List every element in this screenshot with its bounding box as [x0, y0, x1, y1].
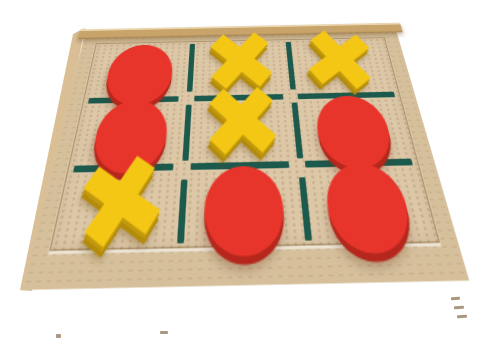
- game-board: ●✖✖●✖●✖●●: [20, 23, 471, 290]
- finger-joint-mark: [160, 331, 168, 334]
- tic-tac-toe-grid: ●✖✖●✖●✖●●: [51, 38, 438, 249]
- cell-r2-c1[interactable]: ●: [180, 164, 310, 250]
- cell-r2-c0[interactable]: ✖: [50, 166, 185, 253]
- cell-r2-c2[interactable]: ●: [301, 161, 439, 247]
- piece-o-r2-c1[interactable]: ●: [197, 144, 293, 261]
- product-photo-stage: ●✖✖●✖●✖●●: [0, 0, 500, 359]
- piece-x-r2-c0[interactable]: ✖: [74, 134, 176, 282]
- finger-joint-mark: [56, 334, 61, 338]
- playing-surface-panel: ●✖✖●✖●✖●●: [49, 37, 440, 251]
